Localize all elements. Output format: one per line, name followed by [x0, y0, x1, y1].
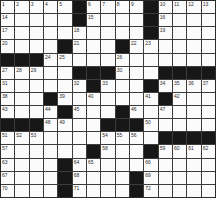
white-cell-r11-c4[interactable]	[44, 132, 57, 144]
clue-number-52: 52	[16, 132, 22, 138]
clue-number-69: 69	[145, 172, 151, 178]
clue-number-8: 8	[117, 1, 120, 7]
clue-number-55: 55	[117, 132, 123, 138]
white-cell-r13-c10[interactable]	[130, 159, 143, 171]
clue-number-40: 40	[88, 93, 94, 99]
white-cell-r3-c10[interactable]	[130, 27, 143, 39]
white-cell-r9-c6[interactable]: 45	[73, 106, 86, 118]
clue-number-11: 11	[174, 1, 179, 7]
white-cell-r4-c15[interactable]	[202, 40, 215, 52]
clue-number-64: 64	[74, 159, 80, 165]
clue-number-33: 33	[102, 80, 108, 86]
black-cell-r11-c13	[173, 132, 186, 144]
black-cell-r6-c6	[73, 67, 86, 79]
clue-number-18: 18	[74, 27, 80, 33]
white-cell-r3-c15[interactable]	[202, 27, 215, 39]
white-cell-r3-c1[interactable]: 17	[1, 27, 14, 39]
white-cell-r13-c2[interactable]	[15, 159, 28, 171]
white-cell-r13-c1[interactable]: 63	[1, 159, 14, 171]
black-cell-r2-c11	[144, 14, 157, 26]
black-cell-r1-c11	[144, 1, 157, 13]
clue-number-36: 36	[188, 80, 194, 86]
white-cell-r3-c9[interactable]	[116, 27, 129, 39]
clue-number-14: 14	[2, 14, 8, 20]
white-cell-r3-c12[interactable]: 19	[159, 27, 172, 39]
white-cell-r2-c15[interactable]	[202, 14, 215, 26]
white-cell-r7-c14[interactable]: 36	[187, 80, 200, 92]
white-cell-r6-c4[interactable]	[44, 67, 57, 79]
white-cell-r12-c15[interactable]: 62	[202, 145, 215, 157]
white-cell-r5-c10[interactable]	[130, 54, 143, 66]
white-cell-r7-c15[interactable]: 37	[202, 80, 215, 92]
black-cell-r5-c1	[1, 54, 14, 66]
white-cell-r11-c10[interactable]: 56	[130, 132, 143, 144]
white-cell-r4-c14[interactable]	[187, 40, 200, 52]
white-cell-r14-c4[interactable]	[44, 172, 57, 184]
white-cell-r14-c9[interactable]	[116, 172, 129, 184]
white-cell-r8-c7[interactable]: 40	[87, 93, 100, 105]
white-cell-r1-c4[interactable]: 4	[44, 1, 57, 13]
white-cell-r7-c8[interactable]: 33	[101, 80, 114, 92]
white-cell-r12-c10[interactable]	[130, 145, 143, 157]
clue-number-4: 4	[45, 1, 48, 7]
clue-number-9: 9	[131, 1, 134, 7]
white-cell-r15-c15[interactable]	[202, 185, 215, 197]
black-cell-r13-c5	[58, 159, 71, 171]
white-cell-r12-c1[interactable]: 57	[1, 145, 14, 157]
white-cell-r2-c8[interactable]	[101, 14, 114, 26]
clue-number-43: 43	[2, 106, 8, 112]
black-cell-r10-c2	[15, 119, 28, 131]
clue-number-53: 53	[31, 132, 37, 138]
white-cell-r2-c7[interactable]: 15	[87, 14, 100, 26]
clue-number-60: 60	[174, 145, 180, 151]
clue-number-46: 46	[131, 106, 137, 112]
black-cell-r6-c8	[101, 67, 114, 79]
clue-number-3: 3	[31, 1, 34, 7]
white-cell-r9-c2[interactable]	[15, 106, 28, 118]
white-cell-r12-c14[interactable]: 61	[187, 145, 200, 157]
clue-number-50: 50	[145, 119, 151, 125]
white-cell-r1-c12[interactable]: 10	[159, 1, 172, 13]
white-cell-r11-c1[interactable]: 51	[1, 132, 14, 144]
clue-number-51: 51	[2, 132, 8, 138]
clue-number-29: 29	[31, 67, 37, 73]
white-cell-r2-c13[interactable]	[173, 14, 186, 26]
white-cell-r14-c7[interactable]	[87, 172, 100, 184]
white-cell-r12-c5[interactable]	[58, 145, 71, 157]
white-cell-r2-c1[interactable]: 14	[1, 14, 14, 26]
white-cell-r14-c1[interactable]: 67	[1, 172, 14, 184]
black-cell-r6-c15	[202, 67, 215, 79]
white-cell-r9-c15[interactable]	[202, 106, 215, 118]
black-cell-r2-c6	[73, 14, 86, 26]
clue-number-45: 45	[74, 106, 80, 112]
white-cell-r15-c12[interactable]	[159, 185, 172, 197]
white-cell-r15-c4[interactable]	[44, 185, 57, 197]
clue-number-68: 68	[74, 172, 80, 178]
white-cell-r4-c2[interactable]	[15, 40, 28, 52]
white-cell-r12-c9[interactable]	[116, 145, 129, 157]
white-cell-r4-c6[interactable]: 21	[73, 40, 86, 52]
white-cell-r8-c15[interactable]	[202, 93, 215, 105]
white-cell-r5-c13[interactable]	[173, 54, 186, 66]
white-cell-r4-c1[interactable]: 20	[1, 40, 14, 52]
clue-number-62: 62	[203, 145, 209, 151]
white-cell-r4-c11[interactable]: 23	[144, 40, 157, 52]
black-cell-r6-c14	[187, 67, 200, 79]
black-cell-r10-c8	[101, 119, 114, 131]
clue-number-17: 17	[2, 27, 8, 33]
clue-number-54: 54	[102, 132, 108, 138]
clue-number-20: 20	[2, 40, 8, 46]
white-cell-r12-c12[interactable]: 59	[159, 145, 172, 157]
white-cell-r15-c1[interactable]: 70	[1, 185, 14, 197]
clue-number-37: 37	[203, 80, 209, 86]
white-cell-r9-c11[interactable]	[144, 106, 157, 118]
white-cell-r12-c2[interactable]	[15, 145, 28, 157]
white-cell-r11-c2[interactable]: 52	[15, 132, 28, 144]
white-cell-r7-c3[interactable]	[30, 80, 43, 92]
white-cell-r2-c4[interactable]	[44, 14, 57, 26]
white-cell-r1-c7[interactable]: 6	[87, 1, 100, 13]
white-cell-r12-c4[interactable]	[44, 145, 57, 157]
white-cell-r8-c14[interactable]	[187, 93, 200, 105]
white-cell-r3-c4[interactable]	[44, 27, 57, 39]
white-cell-r12-c6[interactable]	[73, 145, 86, 157]
white-cell-r12-c3[interactable]	[30, 145, 43, 157]
white-cell-r10-c14[interactable]	[187, 119, 200, 131]
white-cell-r13-c13[interactable]	[173, 159, 186, 171]
clue-number-10: 10	[160, 1, 166, 7]
white-cell-r6-c11[interactable]	[144, 67, 157, 79]
white-cell-r5-c4[interactable]: 24	[44, 54, 57, 66]
white-cell-r7-c12[interactable]: 34	[159, 80, 172, 92]
white-cell-r2-c10[interactable]	[130, 14, 143, 26]
white-cell-r10-c12[interactable]	[159, 119, 172, 131]
clue-number-39: 39	[59, 93, 65, 99]
white-cell-r15-c8[interactable]	[101, 185, 114, 197]
white-cell-r5-c9[interactable]: 26	[116, 54, 129, 66]
white-cell-r3-c14[interactable]	[187, 27, 200, 39]
white-cell-r15-c6[interactable]: 71	[73, 185, 86, 197]
white-cell-r7-c5[interactable]	[58, 80, 71, 92]
clue-number-59: 59	[160, 145, 166, 151]
white-cell-r13-c3[interactable]	[30, 159, 43, 171]
white-cell-r8-c2[interactable]	[15, 93, 28, 105]
clue-number-32: 32	[74, 80, 80, 86]
white-cell-r14-c11[interactable]: 69	[144, 172, 157, 184]
clue-number-35: 35	[174, 80, 180, 86]
clue-number-21: 21	[74, 40, 80, 46]
black-cell-r10-c9	[116, 119, 129, 131]
white-cell-r15-c3[interactable]	[30, 185, 43, 197]
clue-number-12: 12	[188, 1, 194, 7]
white-cell-r3-c6[interactable]: 18	[73, 27, 86, 39]
white-cell-r3-c3[interactable]	[30, 27, 43, 39]
clue-number-24: 24	[45, 54, 51, 60]
clue-number-49: 49	[59, 119, 65, 125]
white-cell-r9-c14[interactable]	[187, 106, 200, 118]
white-cell-r15-c7[interactable]	[87, 185, 100, 197]
white-cell-r5-c6[interactable]	[73, 54, 86, 66]
clue-number-31: 31	[2, 80, 8, 86]
white-cell-r9-c1[interactable]: 43	[1, 106, 14, 118]
white-cell-r3-c2[interactable]	[15, 27, 28, 39]
black-cell-r3-c11	[144, 27, 157, 39]
white-cell-r5-c12[interactable]	[159, 54, 172, 66]
black-cell-r10-c10	[130, 119, 143, 131]
white-cell-r1-c2[interactable]: 2	[15, 1, 28, 13]
clue-number-72: 72	[145, 185, 151, 191]
white-cell-r11-c11[interactable]	[144, 132, 157, 144]
clue-number-70: 70	[2, 185, 8, 191]
clue-number-15: 15	[88, 14, 94, 20]
white-cell-r13-c9[interactable]	[116, 159, 129, 171]
white-cell-r10-c4[interactable]: 48	[44, 119, 57, 131]
white-cell-r8-c11[interactable]: 41	[144, 93, 157, 105]
clue-number-16: 16	[160, 14, 166, 20]
white-cell-r8-c3[interactable]	[30, 93, 43, 105]
white-cell-r8-c5[interactable]: 39	[58, 93, 71, 105]
white-cell-r9-c10[interactable]: 46	[130, 106, 143, 118]
clue-number-6: 6	[88, 1, 91, 7]
clue-number-13: 13	[203, 1, 209, 7]
white-cell-r4-c8[interactable]	[101, 40, 114, 52]
white-cell-r1-c14[interactable]: 12	[187, 1, 200, 13]
black-cell-r6-c13	[173, 67, 186, 79]
white-cell-r6-c3[interactable]: 29	[30, 67, 43, 79]
white-cell-r4-c7[interactable]	[87, 40, 100, 52]
black-cell-r11-c14	[187, 132, 200, 144]
black-cell-r9-c9	[116, 106, 129, 118]
white-cell-r3-c8[interactable]	[101, 27, 114, 39]
white-cell-r6-c2[interactable]: 28	[15, 67, 28, 79]
white-cell-r3-c7[interactable]	[87, 27, 100, 39]
clue-number-57: 57	[2, 145, 8, 151]
white-cell-r10-c13[interactable]	[173, 119, 186, 131]
clue-number-19: 19	[160, 27, 166, 33]
white-cell-r9-c4[interactable]: 44	[44, 106, 57, 118]
black-cell-r11-c15	[202, 132, 215, 144]
clue-number-30: 30	[117, 67, 123, 73]
black-cell-r5-c2	[15, 54, 28, 66]
clue-number-58: 58	[102, 145, 108, 151]
black-cell-r6-c7	[87, 67, 100, 79]
white-cell-r8-c10[interactable]	[130, 93, 143, 105]
white-cell-r8-c13[interactable]: 42	[173, 93, 186, 105]
white-cell-r1-c3[interactable]: 3	[30, 1, 43, 13]
white-cell-r5-c5[interactable]: 25	[58, 54, 71, 66]
white-cell-r4-c10[interactable]: 22	[130, 40, 143, 52]
white-cell-r10-c5[interactable]: 49	[58, 119, 71, 131]
white-cell-r2-c14[interactable]	[187, 14, 200, 26]
white-cell-r10-c6[interactable]	[73, 119, 86, 131]
black-cell-r12-c7	[87, 145, 100, 157]
white-cell-r1-c8[interactable]: 7	[101, 1, 114, 13]
white-cell-r4-c12[interactable]	[159, 40, 172, 52]
clue-number-22: 22	[131, 40, 137, 46]
white-cell-r8-c6[interactable]	[73, 93, 86, 105]
white-cell-r9-c12[interactable]: 47	[159, 106, 172, 118]
white-cell-r11-c7[interactable]	[87, 132, 100, 144]
white-cell-r9-c3[interactable]	[30, 106, 43, 118]
crossword-puzzle: 1234567891011121314151617181920212223242…	[0, 0, 216, 198]
white-cell-r4-c13[interactable]	[173, 40, 186, 52]
crossword-grid: 1234567891011121314151617181920212223242…	[0, 0, 216, 198]
black-cell-r10-c3	[30, 119, 43, 131]
white-cell-r7-c10[interactable]	[130, 80, 143, 92]
white-cell-r2-c9[interactable]	[116, 14, 129, 26]
white-cell-r13-c7[interactable]: 65	[87, 159, 100, 171]
black-cell-r4-c5	[58, 40, 71, 52]
white-cell-r10-c7[interactable]	[87, 119, 100, 131]
white-cell-r14-c12[interactable]	[159, 172, 172, 184]
white-cell-r13-c11[interactable]: 66	[144, 159, 157, 171]
white-cell-r10-c15[interactable]	[202, 119, 215, 131]
white-cell-r5-c14[interactable]	[187, 54, 200, 66]
black-cell-r8-c12	[159, 93, 172, 105]
white-cell-r11-c5[interactable]	[58, 132, 71, 144]
white-cell-r7-c6[interactable]: 32	[73, 80, 86, 92]
white-cell-r7-c13[interactable]: 35	[173, 80, 186, 92]
white-cell-r13-c6[interactable]: 64	[73, 159, 86, 171]
white-cell-r14-c8[interactable]	[101, 172, 114, 184]
clue-number-56: 56	[131, 132, 137, 138]
white-cell-r7-c2[interactable]	[15, 80, 28, 92]
white-cell-r13-c15[interactable]	[202, 159, 215, 171]
clue-number-42: 42	[174, 93, 180, 99]
clue-number-61: 61	[188, 145, 194, 151]
white-cell-r5-c8[interactable]	[101, 54, 114, 66]
black-cell-r9-c5	[58, 106, 71, 118]
black-cell-r7-c11	[144, 80, 157, 92]
white-cell-r2-c3[interactable]	[30, 14, 43, 26]
clue-number-38: 38	[2, 93, 8, 99]
white-cell-r11-c8[interactable]: 54	[101, 132, 114, 144]
black-cell-r6-c12	[159, 67, 172, 79]
clue-number-41: 41	[145, 93, 151, 99]
clue-number-66: 66	[145, 159, 151, 165]
black-cell-r1-c6	[73, 1, 86, 13]
white-cell-r11-c9[interactable]: 55	[116, 132, 129, 144]
clue-number-67: 67	[2, 172, 8, 178]
clue-number-23: 23	[145, 40, 151, 46]
white-cell-r15-c2[interactable]	[15, 185, 28, 197]
white-cell-r10-c11[interactable]: 50	[144, 119, 157, 131]
clue-number-47: 47	[160, 106, 166, 112]
white-cell-r5-c7[interactable]	[87, 54, 100, 66]
clue-number-65: 65	[88, 159, 94, 165]
white-cell-r1-c9[interactable]: 8	[116, 1, 129, 13]
black-cell-r14-c5	[58, 172, 71, 184]
white-cell-r6-c5[interactable]	[58, 67, 71, 79]
white-cell-r2-c12[interactable]: 16	[159, 14, 172, 26]
white-cell-r6-c10[interactable]	[130, 67, 143, 79]
clue-number-2: 2	[16, 1, 19, 7]
clue-number-27: 27	[2, 67, 8, 73]
black-cell-r14-c10	[130, 172, 143, 184]
clue-number-25: 25	[59, 54, 65, 60]
white-cell-r5-c11[interactable]	[144, 54, 157, 66]
white-cell-r2-c5[interactable]	[58, 14, 71, 26]
white-cell-r15-c9[interactable]	[116, 185, 129, 197]
white-cell-r11-c6[interactable]	[73, 132, 86, 144]
clue-number-44: 44	[45, 106, 51, 112]
white-cell-r15-c13[interactable]	[173, 185, 186, 197]
white-cell-r6-c9[interactable]: 30	[116, 67, 129, 79]
white-cell-r3-c13[interactable]	[173, 27, 186, 39]
clue-number-1: 1	[2, 1, 5, 7]
white-cell-r15-c11[interactable]: 72	[144, 185, 157, 197]
clue-number-48: 48	[45, 119, 51, 125]
white-cell-r4-c4[interactable]	[44, 40, 57, 52]
white-cell-r1-c1[interactable]: 1	[1, 1, 14, 13]
white-cell-r13-c4[interactable]	[44, 159, 57, 171]
white-cell-r2-c2[interactable]	[15, 14, 28, 26]
white-cell-r8-c8[interactable]	[101, 93, 114, 105]
clue-number-26: 26	[117, 54, 123, 60]
white-cell-r14-c6[interactable]: 68	[73, 172, 86, 184]
white-cell-r13-c12[interactable]	[159, 159, 172, 171]
white-cell-r3-c5[interactable]	[58, 27, 71, 39]
white-cell-r1-c13[interactable]: 11	[173, 1, 186, 13]
white-cell-r8-c9[interactable]	[116, 93, 129, 105]
clue-number-28: 28	[16, 67, 22, 73]
black-cell-r15-c10	[130, 185, 143, 197]
white-cell-r4-c3[interactable]	[30, 40, 43, 52]
white-cell-r13-c14[interactable]	[187, 159, 200, 171]
clue-number-7: 7	[102, 1, 105, 7]
white-cell-r1-c5[interactable]: 5	[58, 1, 71, 13]
white-cell-r1-c10[interactable]: 9	[130, 1, 143, 13]
white-cell-r15-c14[interactable]	[187, 185, 200, 197]
white-cell-r6-c1[interactable]: 27	[1, 67, 14, 79]
white-cell-r14-c15[interactable]	[202, 172, 215, 184]
white-cell-r9-c7[interactable]	[87, 106, 100, 118]
clue-number-71: 71	[74, 185, 80, 191]
white-cell-r7-c4[interactable]	[44, 80, 57, 92]
white-cell-r12-c8[interactable]: 58	[101, 145, 114, 157]
white-cell-r9-c13[interactable]	[173, 106, 186, 118]
white-cell-r9-c8[interactable]	[101, 106, 114, 118]
white-cell-r12-c13[interactable]: 60	[173, 145, 186, 157]
black-cell-r8-c4	[44, 93, 57, 105]
white-cell-r7-c9[interactable]	[116, 80, 129, 92]
white-cell-r5-c15[interactable]	[202, 54, 215, 66]
clue-number-5: 5	[59, 1, 62, 7]
white-cell-r7-c1[interactable]: 31	[1, 80, 14, 92]
black-cell-r12-c11	[144, 145, 157, 157]
clue-number-63: 63	[2, 159, 8, 165]
white-cell-r14-c13[interactable]	[173, 172, 186, 184]
black-cell-r7-c7	[87, 80, 100, 92]
white-cell-r8-c1[interactable]: 38	[1, 93, 14, 105]
white-cell-r11-c3[interactable]: 53	[30, 132, 43, 144]
black-cell-r10-c1	[1, 119, 14, 131]
white-cell-r1-c15[interactable]: 13	[202, 1, 215, 13]
white-cell-r14-c14[interactable]	[187, 172, 200, 184]
black-cell-r15-c5	[58, 185, 71, 197]
black-cell-r5-c3	[30, 54, 43, 66]
black-cell-r4-c9	[116, 40, 129, 52]
white-cell-r13-c8[interactable]	[101, 159, 114, 171]
black-cell-r11-c12	[159, 132, 172, 144]
clue-number-34: 34	[160, 80, 166, 86]
white-cell-r14-c3[interactable]	[30, 172, 43, 184]
white-cell-r14-c2[interactable]	[15, 172, 28, 184]
